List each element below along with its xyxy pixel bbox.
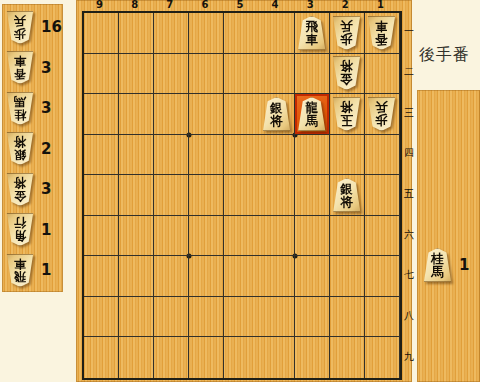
- board-cell-8八[interactable]: [119, 297, 154, 338]
- piece-face: 角行: [6, 213, 34, 246]
- board-cell-2六[interactable]: [330, 216, 365, 257]
- hand-count: 3: [41, 99, 51, 117]
- board-cell-9八[interactable]: [84, 297, 119, 338]
- rank-label: 二: [403, 52, 415, 93]
- board-cell-8七[interactable]: [119, 256, 154, 297]
- shogi-piece-sente[interactable]: 桂馬: [423, 248, 452, 282]
- shogi-piece-gote[interactable]: 角行: [6, 213, 34, 246]
- shogi-piece-gote[interactable]: 玉将: [332, 97, 361, 131]
- piece-face: 桂馬: [423, 248, 452, 282]
- rank-label: 六: [403, 214, 415, 255]
- board-cell-8九[interactable]: [119, 337, 154, 378]
- board-cell-5六[interactable]: [224, 216, 259, 257]
- rank-label: 九: [403, 336, 415, 377]
- board-cell-6七[interactable]: [189, 256, 224, 297]
- board-cell-4七[interactable]: [260, 256, 295, 297]
- file-label: 8: [117, 0, 152, 10]
- hand-count: 1: [459, 256, 469, 274]
- board-cell-4九[interactable]: [260, 337, 295, 378]
- piece-kanji: 銀: [14, 149, 26, 162]
- board-cell-3九[interactable]: [295, 337, 330, 378]
- piece-kanji: 桂: [14, 108, 26, 121]
- board-cell-2七[interactable]: [330, 256, 365, 297]
- board-cell-8三[interactable]: [119, 94, 154, 135]
- board-cell-6八[interactable]: [189, 297, 224, 338]
- board-cell-5九[interactable]: [224, 337, 259, 378]
- gote-hand-slot[interactable]: 香車3: [2, 51, 63, 85]
- board-cell-1九[interactable]: [365, 337, 400, 378]
- board-cell-8五[interactable]: [119, 175, 154, 216]
- piece-kanji: 香: [14, 68, 26, 81]
- rank-labels: 一二三四五六七八九: [403, 11, 415, 377]
- file-label: 1: [363, 0, 398, 10]
- file-labels: 987654321: [82, 0, 398, 10]
- board-cell-7六[interactable]: [154, 216, 189, 257]
- piece-kanji: 車: [376, 20, 389, 33]
- hand-count: 3: [41, 59, 51, 77]
- board-cell-9三[interactable]: [84, 94, 119, 135]
- piece-kanji: 銀: [270, 101, 283, 114]
- piece-kanji: 歩: [341, 33, 354, 46]
- board-cell-7五[interactable]: [154, 175, 189, 216]
- piece-kanji: 玉: [341, 114, 354, 127]
- gote-hand-slot[interactable]: 銀将2: [2, 132, 63, 166]
- board-cell-7一[interactable]: [154, 13, 189, 54]
- piece-kanji: 将: [341, 101, 354, 114]
- file-label: 5: [222, 0, 257, 10]
- piece-face: 玉将: [332, 97, 361, 131]
- piece-face: 香車: [6, 51, 34, 84]
- board-cell-1四[interactable]: [365, 135, 400, 176]
- piece-kanji: 歩: [14, 27, 26, 40]
- rank-label: 四: [403, 133, 415, 174]
- board-cell-1一[interactable]: 香車: [365, 13, 400, 54]
- piece-kanji: 金: [14, 189, 26, 202]
- shogi-piece-gote[interactable]: 金将: [6, 173, 34, 206]
- piece-face: 飛車: [297, 16, 326, 50]
- rank-label: 七: [403, 255, 415, 296]
- hand-count: 3: [41, 180, 51, 198]
- piece-kanji: 将: [341, 195, 354, 208]
- board-grid: 飛車歩兵香車金将銀将龍馬玉将歩兵銀将: [82, 11, 402, 380]
- shogi-board: 987654321 一二三四五六七八九 飛車歩兵香車金将銀将龍馬玉将歩兵銀将: [76, 0, 412, 382]
- piece-kanji: 香: [376, 33, 389, 46]
- board-cell-6一[interactable]: [189, 13, 224, 54]
- file-label: 2: [328, 0, 363, 10]
- piece-kanji: 金: [341, 73, 354, 86]
- board-cell-3一[interactable]: 飛車: [295, 13, 330, 54]
- hand-count: 1: [41, 261, 51, 279]
- shogi-piece-sente[interactable]: 銀将: [262, 97, 291, 131]
- board-cell-7二[interactable]: [154, 54, 189, 95]
- shogi-piece-gote[interactable]: 銀将: [6, 132, 34, 165]
- board-cell-1二[interactable]: [365, 54, 400, 95]
- board-cell-3三[interactable]: 龍馬: [295, 94, 330, 135]
- board-cell-5五[interactable]: [224, 175, 259, 216]
- board-cell-1三[interactable]: 歩兵: [365, 94, 400, 135]
- piece-face: 歩兵: [332, 16, 361, 50]
- board-cell-4三[interactable]: 銀将: [260, 94, 295, 135]
- piece-face: 銀将: [262, 97, 291, 131]
- board-cell-1七[interactable]: [365, 256, 400, 297]
- board-cell-9二[interactable]: [84, 54, 119, 95]
- piece-kanji: 車: [14, 55, 26, 68]
- board-cell-8六[interactable]: [119, 216, 154, 257]
- piece-kanji: 将: [14, 177, 26, 190]
- piece-kanji: 車: [14, 258, 26, 271]
- piece-kanji: 飛: [14, 270, 26, 283]
- board-cell-1五[interactable]: [365, 175, 400, 216]
- piece-kanji: 将: [14, 136, 26, 149]
- piece-kanji: 兵: [14, 15, 26, 28]
- gote-hand-slot[interactable]: 歩兵16: [2, 10, 63, 44]
- shogi-piece-gote[interactable]: 歩兵: [367, 97, 396, 131]
- shogi-piece-gote[interactable]: 歩兵: [6, 11, 34, 44]
- board-cell-2五[interactable]: 銀将: [330, 175, 365, 216]
- piece-kanji: 将: [341, 60, 354, 73]
- piece-kanji: 将: [270, 114, 283, 127]
- board-cell-9七[interactable]: [84, 256, 119, 297]
- board-cell-6二[interactable]: [189, 54, 224, 95]
- piece-face: 銀将: [332, 178, 361, 212]
- sente-hand-slot[interactable]: 桂馬1: [419, 248, 469, 282]
- hand-count: 1: [41, 221, 51, 239]
- board-cell-4四[interactable]: [260, 135, 295, 176]
- piece-kanji: 兵: [341, 20, 354, 33]
- piece-face: 香車: [367, 16, 396, 50]
- file-label: 4: [258, 0, 293, 10]
- hand-count: 2: [41, 140, 51, 158]
- board-cell-2一[interactable]: 歩兵: [330, 13, 365, 54]
- board-cell-5三[interactable]: [224, 94, 259, 135]
- gote-hand-slot[interactable]: 金将3: [2, 172, 63, 206]
- piece-kanji: 馬: [14, 96, 26, 109]
- gote-hand-slot[interactable]: 桂馬3: [2, 91, 63, 125]
- board-cell-4六[interactable]: [260, 216, 295, 257]
- board-cell-9一[interactable]: [84, 13, 119, 54]
- piece-face: 飛車: [6, 254, 34, 287]
- board-cell-5八[interactable]: [224, 297, 259, 338]
- board-cell-7九[interactable]: [154, 337, 189, 378]
- shogi-piece-gote[interactable]: 金将: [332, 56, 361, 90]
- rank-label: 八: [403, 296, 415, 337]
- board-cell-4二[interactable]: [260, 54, 295, 95]
- turn-indicator: 後手番: [419, 45, 480, 66]
- piece-kanji: 馬: [431, 265, 444, 278]
- piece-face: 龍馬: [297, 97, 326, 131]
- piece-kanji: 車: [305, 33, 318, 46]
- hand-count: 16: [41, 18, 62, 36]
- gote-hand-slot[interactable]: 飛車1: [2, 253, 63, 287]
- board-cell-3六[interactable]: [295, 216, 330, 257]
- board-cell-1八[interactable]: [365, 297, 400, 338]
- piece-face: 金将: [332, 56, 361, 90]
- piece-face: 銀将: [6, 132, 34, 165]
- board-cell-8四[interactable]: [119, 135, 154, 176]
- board-cell-5一[interactable]: [224, 13, 259, 54]
- sente-hand-tray: 桂馬1: [417, 90, 480, 382]
- piece-kanji: 龍: [305, 101, 318, 114]
- board-cell-7八[interactable]: [154, 297, 189, 338]
- file-label: 9: [82, 0, 117, 10]
- board-cell-5四[interactable]: [224, 135, 259, 176]
- piece-kanji: 歩: [376, 114, 389, 127]
- shogi-piece-gote[interactable]: 歩兵: [332, 16, 361, 50]
- piece-kanji: 馬: [305, 114, 318, 127]
- piece-face: 金将: [6, 173, 34, 206]
- piece-kanji: 飛: [305, 20, 318, 33]
- board-cell-6九[interactable]: [189, 337, 224, 378]
- shogi-piece-gote[interactable]: 飛車: [6, 254, 34, 287]
- board-cell-3四[interactable]: [295, 135, 330, 176]
- board-cell-2二[interactable]: 金将: [330, 54, 365, 95]
- rank-label: 五: [403, 174, 415, 215]
- gote-hand-slot[interactable]: 角行1: [2, 213, 63, 247]
- piece-face: 歩兵: [367, 97, 396, 131]
- board-cell-8二[interactable]: [119, 54, 154, 95]
- shogi-piece-gote[interactable]: 桂馬: [6, 92, 34, 125]
- board-cell-2三[interactable]: 玉将: [330, 94, 365, 135]
- board-cell-6四[interactable]: [189, 135, 224, 176]
- board-cell-2四[interactable]: [330, 135, 365, 176]
- board-cell-4五[interactable]: [260, 175, 295, 216]
- piece-kanji: 角: [14, 230, 26, 243]
- shogi-piece-sente[interactable]: 龍馬: [297, 97, 326, 131]
- board-cell-6六[interactable]: [189, 216, 224, 257]
- file-label: 6: [187, 0, 222, 10]
- board-cell-5七[interactable]: [224, 256, 259, 297]
- board-cell-8一[interactable]: [119, 13, 154, 54]
- board-cell-9六[interactable]: [84, 216, 119, 257]
- shogi-piece-sente[interactable]: 飛車: [297, 16, 326, 50]
- board-cell-9五[interactable]: [84, 175, 119, 216]
- board-cell-3五[interactable]: [295, 175, 330, 216]
- board-cell-7四[interactable]: [154, 135, 189, 176]
- board-cell-6三[interactable]: [189, 94, 224, 135]
- board-cell-2九[interactable]: [330, 337, 365, 378]
- gote-hand-tray: 歩兵16香車3桂馬3銀将2金将3角行1飛車1: [2, 4, 63, 292]
- rank-label: 三: [403, 92, 415, 133]
- board-cell-6五[interactable]: [189, 175, 224, 216]
- board-cell-7三[interactable]: [154, 94, 189, 135]
- shogi-piece-sente[interactable]: 銀将: [332, 178, 361, 212]
- piece-face: 歩兵: [6, 11, 34, 44]
- board-cell-3八[interactable]: [295, 297, 330, 338]
- shogi-piece-gote[interactable]: 香車: [6, 51, 34, 84]
- board-cell-9九[interactable]: [84, 337, 119, 378]
- board-cell-1六[interactable]: [365, 216, 400, 257]
- board-cell-4一[interactable]: [260, 13, 295, 54]
- board-cell-9四[interactable]: [84, 135, 119, 176]
- board-cell-3七[interactable]: [295, 256, 330, 297]
- board-cell-5二[interactable]: [224, 54, 259, 95]
- file-label: 3: [293, 0, 328, 10]
- piece-kanji: 兵: [376, 101, 389, 114]
- board-cell-2八[interactable]: [330, 297, 365, 338]
- piece-face: 桂馬: [6, 92, 34, 125]
- shogi-piece-gote[interactable]: 香車: [367, 16, 396, 50]
- rank-label: 一: [403, 11, 415, 52]
- file-label: 7: [152, 0, 187, 10]
- board-cell-4八[interactable]: [260, 297, 295, 338]
- board-cell-7七[interactable]: [154, 256, 189, 297]
- piece-kanji: 行: [14, 217, 26, 230]
- board-cell-3二[interactable]: [295, 54, 330, 95]
